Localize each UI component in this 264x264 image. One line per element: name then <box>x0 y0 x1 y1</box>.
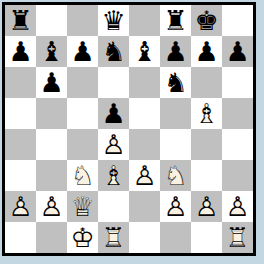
square-c8[interactable] <box>67 5 98 36</box>
square-f1[interactable] <box>160 222 191 253</box>
piece-white-pawn[interactable]: ♟♙ <box>98 129 129 160</box>
square-b3[interactable] <box>36 160 67 191</box>
black-bishop-glyph: ♝ <box>36 36 67 67</box>
piece-white-bishop[interactable]: ♝♗ <box>191 98 222 129</box>
square-c2[interactable]: ♛♕ <box>67 191 98 222</box>
square-h1[interactable]: ♜♖ <box>222 222 253 253</box>
white-pawn-outline-glyph: ♙ <box>5 191 36 222</box>
piece-white-pawn[interactable]: ♟♙ <box>191 191 222 222</box>
piece-black-bishop[interactable]: ♝ <box>129 36 160 67</box>
white-queen-outline-glyph: ♕ <box>67 191 98 222</box>
piece-black-pawn[interactable]: ♟ <box>160 36 191 67</box>
black-rook-glyph: ♜ <box>5 5 36 36</box>
black-pawn-glyph: ♟ <box>160 36 191 67</box>
white-rook-outline-glyph: ♖ <box>222 222 253 253</box>
chess-board: ♜♛♜♚♟♝♟♞♝♟♟♟♟♞♟♝♗♟♙♞♘♝♗♟♙♞♘♟♙♟♙♛♕♟♙♟♙♟♙♚… <box>5 5 253 253</box>
square-d6[interactable] <box>98 67 129 98</box>
square-f3[interactable]: ♞♘ <box>160 160 191 191</box>
square-g8[interactable]: ♚ <box>191 5 222 36</box>
chess-diagram: ♜♛♜♚♟♝♟♞♝♟♟♟♟♞♟♝♗♟♙♞♘♝♗♟♙♞♘♟♙♟♙♛♕♟♙♟♙♟♙♚… <box>0 0 264 264</box>
white-pawn-outline-glyph: ♙ <box>160 191 191 222</box>
square-g6[interactable] <box>191 67 222 98</box>
square-e8[interactable] <box>129 5 160 36</box>
piece-white-queen[interactable]: ♛♕ <box>67 191 98 222</box>
square-h6[interactable] <box>222 67 253 98</box>
square-f7[interactable]: ♟ <box>160 36 191 67</box>
square-e3[interactable]: ♟♙ <box>129 160 160 191</box>
white-rook-outline-glyph: ♖ <box>98 222 129 253</box>
square-b2[interactable]: ♟♙ <box>36 191 67 222</box>
white-king-outline-glyph: ♔ <box>67 222 98 253</box>
square-g7[interactable]: ♟ <box>191 36 222 67</box>
square-c7[interactable]: ♟ <box>67 36 98 67</box>
square-d2[interactable] <box>98 191 129 222</box>
piece-white-knight[interactable]: ♞♘ <box>160 160 191 191</box>
black-pawn-glyph: ♟ <box>5 36 36 67</box>
piece-white-pawn[interactable]: ♟♙ <box>129 160 160 191</box>
square-f2[interactable]: ♟♙ <box>160 191 191 222</box>
square-f6[interactable]: ♞ <box>160 67 191 98</box>
square-b6[interactable]: ♟ <box>36 67 67 98</box>
black-knight-glyph: ♞ <box>98 36 129 67</box>
white-pawn-outline-glyph: ♙ <box>222 191 253 222</box>
square-e2[interactable] <box>129 191 160 222</box>
square-b8[interactable] <box>36 5 67 36</box>
square-a2[interactable]: ♟♙ <box>5 191 36 222</box>
piece-white-rook[interactable]: ♜♖ <box>98 222 129 253</box>
black-knight-glyph: ♞ <box>160 67 191 98</box>
square-g4[interactable] <box>191 129 222 160</box>
piece-white-knight[interactable]: ♞♘ <box>67 160 98 191</box>
white-bishop-outline-glyph: ♗ <box>98 160 129 191</box>
square-g3[interactable] <box>191 160 222 191</box>
piece-black-knight[interactable]: ♞ <box>160 67 191 98</box>
piece-black-pawn[interactable]: ♟ <box>5 36 36 67</box>
square-d1[interactable]: ♜♖ <box>98 222 129 253</box>
square-f4[interactable] <box>160 129 191 160</box>
square-e7[interactable]: ♝ <box>129 36 160 67</box>
white-knight-outline-glyph: ♘ <box>160 160 191 191</box>
square-d4[interactable]: ♟♙ <box>98 129 129 160</box>
piece-white-pawn[interactable]: ♟♙ <box>160 191 191 222</box>
square-d8[interactable]: ♛ <box>98 5 129 36</box>
black-pawn-glyph: ♟ <box>191 36 222 67</box>
piece-black-pawn[interactable]: ♟ <box>222 36 253 67</box>
white-pawn-outline-glyph: ♙ <box>191 191 222 222</box>
white-bishop-outline-glyph: ♗ <box>191 98 222 129</box>
white-knight-outline-glyph: ♘ <box>67 160 98 191</box>
square-a7[interactable]: ♟ <box>5 36 36 67</box>
square-a1[interactable] <box>5 222 36 253</box>
square-h8[interactable] <box>222 5 253 36</box>
square-g1[interactable] <box>191 222 222 253</box>
black-pawn-glyph: ♟ <box>67 36 98 67</box>
piece-black-rook[interactable]: ♜ <box>5 5 36 36</box>
square-c1[interactable]: ♚♔ <box>67 222 98 253</box>
piece-black-queen[interactable]: ♛ <box>98 5 129 36</box>
square-b7[interactable]: ♝ <box>36 36 67 67</box>
piece-white-pawn[interactable]: ♟♙ <box>5 191 36 222</box>
square-a8[interactable]: ♜ <box>5 5 36 36</box>
white-pawn-outline-glyph: ♙ <box>36 191 67 222</box>
piece-black-bishop[interactable]: ♝ <box>36 36 67 67</box>
square-e6[interactable] <box>129 67 160 98</box>
square-e5[interactable] <box>129 98 160 129</box>
square-a3[interactable] <box>5 160 36 191</box>
square-b5[interactable] <box>36 98 67 129</box>
black-pawn-glyph: ♟ <box>98 98 129 129</box>
piece-black-pawn[interactable]: ♟ <box>67 36 98 67</box>
square-g2[interactable]: ♟♙ <box>191 191 222 222</box>
white-pawn-outline-glyph: ♙ <box>129 160 160 191</box>
square-b4[interactable] <box>36 129 67 160</box>
black-queen-glyph: ♛ <box>98 5 129 36</box>
square-d3[interactable]: ♝♗ <box>98 160 129 191</box>
square-e4[interactable] <box>129 129 160 160</box>
square-a6[interactable] <box>5 67 36 98</box>
piece-black-king[interactable]: ♚ <box>191 5 222 36</box>
piece-black-pawn[interactable]: ♟ <box>191 36 222 67</box>
white-pawn-outline-glyph: ♙ <box>98 129 129 160</box>
square-c4[interactable] <box>67 129 98 160</box>
square-d5[interactable]: ♟ <box>98 98 129 129</box>
piece-white-bishop[interactable]: ♝♗ <box>98 160 129 191</box>
square-a4[interactable] <box>5 129 36 160</box>
square-h2[interactable]: ♟♙ <box>222 191 253 222</box>
square-g5[interactable]: ♝♗ <box>191 98 222 129</box>
square-c3[interactable]: ♞♘ <box>67 160 98 191</box>
piece-white-pawn[interactable]: ♟♙ <box>222 191 253 222</box>
square-c6[interactable] <box>67 67 98 98</box>
square-b1[interactable] <box>36 222 67 253</box>
black-king-glyph: ♚ <box>191 5 222 36</box>
black-pawn-glyph: ♟ <box>222 36 253 67</box>
piece-black-pawn[interactable]: ♟ <box>36 67 67 98</box>
piece-white-pawn[interactable]: ♟♙ <box>36 191 67 222</box>
piece-black-pawn[interactable]: ♟ <box>98 98 129 129</box>
square-d7[interactable]: ♞ <box>98 36 129 67</box>
black-bishop-glyph: ♝ <box>129 36 160 67</box>
piece-white-rook[interactable]: ♜♖ <box>222 222 253 253</box>
black-pawn-glyph: ♟ <box>36 67 67 98</box>
square-c5[interactable] <box>67 98 98 129</box>
square-h7[interactable]: ♟ <box>222 36 253 67</box>
square-a5[interactable] <box>5 98 36 129</box>
piece-black-rook[interactable]: ♜ <box>160 5 191 36</box>
square-h4[interactable] <box>222 129 253 160</box>
black-rook-glyph: ♜ <box>160 5 191 36</box>
square-e1[interactable] <box>129 222 160 253</box>
square-h5[interactable] <box>222 98 253 129</box>
square-f5[interactable] <box>160 98 191 129</box>
board-frame: ♜♛♜♚♟♝♟♞♝♟♟♟♟♞♟♝♗♟♙♞♘♝♗♟♙♞♘♟♙♟♙♛♕♟♙♟♙♟♙♚… <box>2 2 256 256</box>
square-h3[interactable] <box>222 160 253 191</box>
piece-black-knight[interactable]: ♞ <box>98 36 129 67</box>
piece-white-king[interactable]: ♚♔ <box>67 222 98 253</box>
square-f8[interactable]: ♜ <box>160 5 191 36</box>
